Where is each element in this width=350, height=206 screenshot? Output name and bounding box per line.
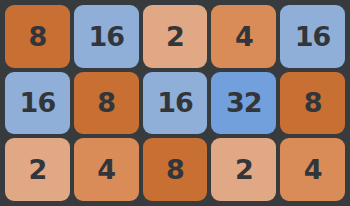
game-board[interactable]: 81624161681632824824 [0, 0, 350, 206]
tile-r2c1-16[interactable]: 16 [5, 72, 70, 135]
tile-r3c1-2[interactable]: 2 [5, 138, 70, 201]
tile-r2c2-8[interactable]: 8 [74, 72, 139, 135]
tile-r2c5-8[interactable]: 8 [280, 72, 345, 135]
tile-r3c3-8[interactable]: 8 [143, 138, 208, 201]
tile-r1c2-16[interactable]: 16 [74, 5, 139, 68]
tile-r1c3-2[interactable]: 2 [143, 5, 208, 68]
tile-r3c4-2[interactable]: 2 [211, 138, 276, 201]
tile-r2c3-16[interactable]: 16 [143, 72, 208, 135]
tile-r1c1-8[interactable]: 8 [5, 5, 70, 68]
tile-r3c2-4[interactable]: 4 [74, 138, 139, 201]
tile-r2c4-32[interactable]: 32 [211, 72, 276, 135]
tile-r3c5-4[interactable]: 4 [280, 138, 345, 201]
tile-r1c5-16[interactable]: 16 [280, 5, 345, 68]
tile-r1c4-4[interactable]: 4 [211, 5, 276, 68]
